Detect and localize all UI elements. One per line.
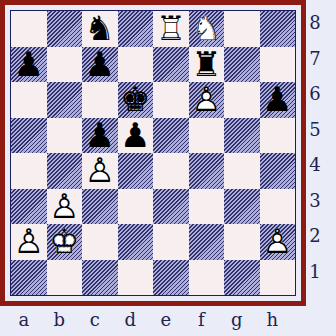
square-a8[interactable] [11,11,47,47]
square-a2[interactable]: ♟♙ [11,224,47,260]
piece-glyph-outline: ♙ [189,82,225,118]
square-d3[interactable] [118,189,154,225]
square-e6[interactable] [153,82,189,118]
square-f6[interactable]: ♟♙ [189,82,225,118]
piece-glyph-fill: ♞ [82,11,118,47]
white-pawn[interactable]: ♟♙ [47,189,83,225]
square-f7[interactable]: ♜ [189,47,225,83]
white-pawn[interactable]: ♟♙ [11,224,47,260]
rank-label-2: 2 [302,218,328,254]
square-d2[interactable] [118,224,154,260]
piece-glyph-outline: ♙ [11,224,47,260]
piece-glyph-fill: ♟ [260,82,296,118]
square-g7[interactable] [224,47,260,83]
square-a7[interactable]: ♟ [11,47,47,83]
square-h6[interactable]: ♟ [260,82,296,118]
piece-glyph-outline: ♙ [47,189,83,225]
piece-glyph-fill: ♚ [118,82,154,118]
square-e7[interactable] [153,47,189,83]
square-h5[interactable] [260,118,296,154]
square-c6[interactable] [82,82,118,118]
rank-label-4: 4 [302,147,328,183]
square-c1[interactable] [82,260,118,296]
square-g4[interactable] [224,153,260,189]
square-a5[interactable] [11,118,47,154]
chess-app: ♞♜♖♞♘♟♟♜♚♟♙♟♟♟♟♙♟♙♟♙♚♔♟♙ 87654321 abcdef… [0,0,336,336]
rank-label-5: 5 [302,112,328,148]
square-f5[interactable] [189,118,225,154]
file-label-c: c [77,306,113,334]
square-c2[interactable] [82,224,118,260]
piece-glyph-outline: ♔ [47,224,83,260]
piece-glyph-outline: ♙ [82,153,118,189]
square-d5[interactable]: ♟ [118,118,154,154]
black-pawn[interactable]: ♟ [118,118,154,154]
white-pawn[interactable]: ♟♙ [189,82,225,118]
square-b1[interactable] [47,260,83,296]
piece-glyph-fill: ♟ [11,47,47,83]
square-b2[interactable]: ♚♔ [47,224,83,260]
black-pawn[interactable]: ♟ [82,118,118,154]
square-h8[interactable] [260,11,296,47]
rank-label-6: 6 [302,76,328,112]
file-label-g: g [219,306,255,334]
board-frame: ♞♜♖♞♘♟♟♜♚♟♙♟♟♟♟♙♟♙♟♙♚♔♟♙ [0,0,306,306]
piece-glyph-outline: ♙ [260,224,296,260]
square-b7[interactable] [47,47,83,83]
black-pawn[interactable]: ♟ [82,47,118,83]
square-g6[interactable] [224,82,260,118]
square-b8[interactable] [47,11,83,47]
square-e3[interactable] [153,189,189,225]
rank-labels: 87654321 [302,5,328,289]
rank-label-3: 3 [302,183,328,219]
square-g3[interactable] [224,189,260,225]
file-labels: abcdefgh [6,306,290,334]
square-f3[interactable] [189,189,225,225]
square-c5[interactable]: ♟ [82,118,118,154]
square-g8[interactable] [224,11,260,47]
rank-label-1: 1 [302,254,328,290]
square-h4[interactable] [260,153,296,189]
piece-glyph-fill: ♟ [82,118,118,154]
square-h7[interactable] [260,47,296,83]
square-b6[interactable] [47,82,83,118]
square-d4[interactable] [118,153,154,189]
file-label-h: h [255,306,291,334]
square-b3[interactable]: ♟♙ [47,189,83,225]
white-pawn[interactable]: ♟♙ [82,153,118,189]
square-g1[interactable] [224,260,260,296]
square-h2[interactable]: ♟♙ [260,224,296,260]
square-f8[interactable]: ♞♘ [189,11,225,47]
rank-label-7: 7 [302,41,328,77]
file-label-a: a [6,306,42,334]
black-knight[interactable]: ♞ [82,11,118,47]
square-g5[interactable] [224,118,260,154]
square-b5[interactable] [47,118,83,154]
square-c3[interactable] [82,189,118,225]
file-label-f: f [184,306,220,334]
square-d6[interactable]: ♚ [118,82,154,118]
white-knight[interactable]: ♞♘ [189,11,225,47]
black-rook[interactable]: ♜ [189,47,225,83]
black-king[interactable]: ♚ [118,82,154,118]
square-a1[interactable] [11,260,47,296]
square-c8[interactable]: ♞ [82,11,118,47]
square-a4[interactable] [11,153,47,189]
chessboard: ♞♜♖♞♘♟♟♜♚♟♙♟♟♟♟♙♟♙♟♙♚♔♟♙ [11,11,295,295]
piece-glyph-fill: ♟ [118,118,154,154]
rank-label-8: 8 [302,5,328,41]
square-a6[interactable] [11,82,47,118]
black-pawn[interactable]: ♟ [260,82,296,118]
white-pawn[interactable]: ♟♙ [260,224,296,260]
square-e8[interactable]: ♜♖ [153,11,189,47]
black-pawn[interactable]: ♟ [11,47,47,83]
square-b4[interactable] [47,153,83,189]
white-king[interactable]: ♚♔ [47,224,83,260]
square-f1[interactable] [189,260,225,296]
square-e1[interactable] [153,260,189,296]
file-label-e: e [148,306,184,334]
square-f4[interactable] [189,153,225,189]
square-a3[interactable] [11,189,47,225]
square-e5[interactable] [153,118,189,154]
piece-glyph-outline: ♘ [189,11,225,47]
file-label-b: b [42,306,78,334]
square-e4[interactable] [153,153,189,189]
square-g2[interactable] [224,224,260,260]
square-f2[interactable] [189,224,225,260]
square-c7[interactable]: ♟ [82,47,118,83]
file-label-d: d [113,306,149,334]
white-rook[interactable]: ♜♖ [153,11,189,47]
square-e2[interactable] [153,224,189,260]
square-h1[interactable] [260,260,296,296]
square-d7[interactable] [118,47,154,83]
square-d8[interactable] [118,11,154,47]
square-d1[interactable] [118,260,154,296]
square-c4[interactable]: ♟♙ [82,153,118,189]
board-inner-frame: ♞♜♖♞♘♟♟♜♚♟♙♟♟♟♟♙♟♙♟♙♚♔♟♙ [10,10,296,296]
piece-glyph-fill: ♜ [189,47,225,83]
piece-glyph-fill: ♟ [82,47,118,83]
piece-glyph-outline: ♖ [153,11,189,47]
square-h3[interactable] [260,189,296,225]
